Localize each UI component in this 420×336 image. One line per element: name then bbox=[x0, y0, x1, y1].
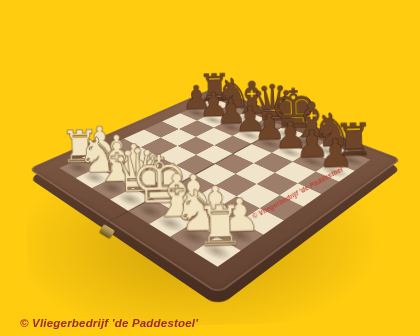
copyright-text: © Vliegerbedrijf 'de Paddestoel' bbox=[20, 317, 198, 329]
piece-shadow bbox=[85, 149, 116, 165]
piece-black-knight: ♞ bbox=[215, 72, 240, 113]
square-e1: ♚ bbox=[129, 198, 173, 223]
piece-white-pawn: ♟ bbox=[83, 121, 111, 159]
piece-shadow bbox=[196, 238, 237, 264]
square-e6 bbox=[234, 144, 272, 163]
piece-white-bishop: ♝ bbox=[93, 136, 124, 190]
scene-tilt: ♜♞♝♛♚♝♞♜♟♟♟♟♟♟♟♟♟♟♟♟♟♟♟♟♜♞♝♛♚♝♞♜ © Vlieg… bbox=[0, 0, 420, 336]
piece-white-rook: ♜ bbox=[60, 125, 89, 170]
chess-board: ♜♞♝♛♚♝♞♜♟♟♟♟♟♟♟♟♟♟♟♟♟♟♟♟♜♞♝♛♚♝♞♜ bbox=[28, 88, 401, 295]
perspective-container: ♜♞♝♛♚♝♞♜♟♟♟♟♟♟♟♟♟♟♟♟♟♟♟♟♜♞♝♛♚♝♞♜ bbox=[0, 0, 420, 336]
photo-stage: ♜♞♝♛♚♝♞♜♟♟♟♟♟♟♟♟♟♟♟♟♟♟♟♟♜♞♝♛♚♝♞♜ © Vlieg… bbox=[0, 0, 420, 336]
piece-shadow bbox=[290, 135, 323, 150]
